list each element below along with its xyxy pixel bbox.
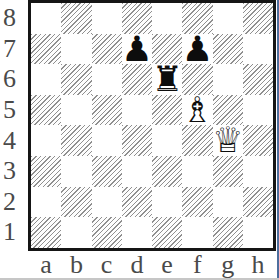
rank-labels: 87654321 (0, 3, 19, 248)
square-b7[interactable] (61, 34, 91, 65)
square-e1[interactable] (152, 217, 182, 248)
square-a2[interactable] (31, 187, 61, 218)
square-b2[interactable] (61, 187, 91, 218)
square-g3[interactable] (213, 156, 243, 187)
square-g1[interactable] (213, 217, 243, 248)
white-queen[interactable]: ♕♛ (212, 125, 243, 156)
square-b6[interactable] (61, 64, 91, 95)
square-h4[interactable] (243, 125, 273, 156)
square-e2[interactable] (152, 187, 182, 218)
square-f4[interactable] (182, 125, 212, 156)
rank-label-1: 1 (0, 217, 19, 248)
square-f7[interactable]: ♟ (182, 34, 212, 65)
white-bishop[interactable]: ♗♝ (182, 95, 213, 126)
square-h6[interactable] (243, 64, 273, 95)
file-label-g: g (213, 252, 243, 278)
square-c8[interactable] (92, 3, 122, 34)
rank-label-4: 4 (0, 125, 19, 156)
square-d7[interactable]: ♟ (122, 34, 152, 65)
black-pawn[interactable]: ♟ (121, 34, 152, 65)
square-g6[interactable] (213, 64, 243, 95)
file-labels: abcdefgh (31, 252, 273, 278)
square-a4[interactable] (31, 125, 61, 156)
square-a6[interactable] (31, 64, 61, 95)
file-label-h: h (243, 252, 273, 278)
square-b5[interactable] (61, 95, 91, 126)
square-h2[interactable] (243, 187, 273, 218)
square-d5[interactable] (122, 95, 152, 126)
square-c3[interactable] (92, 156, 122, 187)
file-label-a: a (31, 252, 61, 278)
square-e4[interactable] (152, 125, 182, 156)
square-g4[interactable]: ♕♛ (213, 125, 243, 156)
square-f5[interactable]: ♗♝ (182, 95, 212, 126)
square-g2[interactable] (213, 187, 243, 218)
rank-label-7: 7 (0, 34, 19, 65)
square-c1[interactable] (92, 217, 122, 248)
square-e6[interactable]: ♜ (152, 64, 182, 95)
square-c7[interactable] (92, 34, 122, 65)
square-a3[interactable] (31, 156, 61, 187)
chess-board: ♟♟♜♗♝♕♛ (28, 0, 276, 251)
file-label-c: c (92, 252, 122, 278)
square-h7[interactable] (243, 34, 273, 65)
square-a8[interactable] (31, 3, 61, 34)
square-e3[interactable] (152, 156, 182, 187)
rank-label-3: 3 (0, 156, 19, 187)
square-h8[interactable] (243, 3, 273, 34)
white-bishop-fill: ♝ (182, 95, 213, 126)
black-rook[interactable]: ♜ (151, 64, 182, 95)
square-e8[interactable] (152, 3, 182, 34)
chess-diagram: 87654321 ♟♟♜♗♝♕♛ abcdefgh (0, 0, 279, 280)
square-f3[interactable] (182, 156, 212, 187)
square-h3[interactable] (243, 156, 273, 187)
square-b1[interactable] (61, 217, 91, 248)
square-b8[interactable] (61, 3, 91, 34)
square-f2[interactable] (182, 187, 212, 218)
square-b3[interactable] (61, 156, 91, 187)
file-label-b: b (61, 252, 91, 278)
square-a5[interactable] (31, 95, 61, 126)
square-c2[interactable] (92, 187, 122, 218)
square-h5[interactable] (243, 95, 273, 126)
white-queen-fill: ♛ (212, 125, 243, 156)
square-c5[interactable] (92, 95, 122, 126)
square-e5[interactable] (152, 95, 182, 126)
file-label-d: d (122, 252, 152, 278)
rank-label-6: 6 (0, 64, 19, 95)
square-d6[interactable] (122, 64, 152, 95)
right-edge-artifact (277, 0, 279, 280)
square-g7[interactable] (213, 34, 243, 65)
black-pawn[interactable]: ♟ (182, 34, 213, 65)
square-a7[interactable] (31, 34, 61, 65)
square-d1[interactable] (122, 217, 152, 248)
rank-label-5: 5 (0, 95, 19, 126)
square-h1[interactable] (243, 217, 273, 248)
square-b4[interactable] (61, 125, 91, 156)
square-d4[interactable] (122, 125, 152, 156)
square-f1[interactable] (182, 217, 212, 248)
rank-label-8: 8 (0, 3, 19, 34)
square-d3[interactable] (122, 156, 152, 187)
square-g8[interactable] (213, 3, 243, 34)
rank-label-2: 2 (0, 187, 19, 218)
square-a1[interactable] (31, 217, 61, 248)
file-label-e: e (152, 252, 182, 278)
square-c6[interactable] (92, 64, 122, 95)
square-c4[interactable] (92, 125, 122, 156)
file-label-f: f (182, 252, 212, 278)
square-d2[interactable] (122, 187, 152, 218)
